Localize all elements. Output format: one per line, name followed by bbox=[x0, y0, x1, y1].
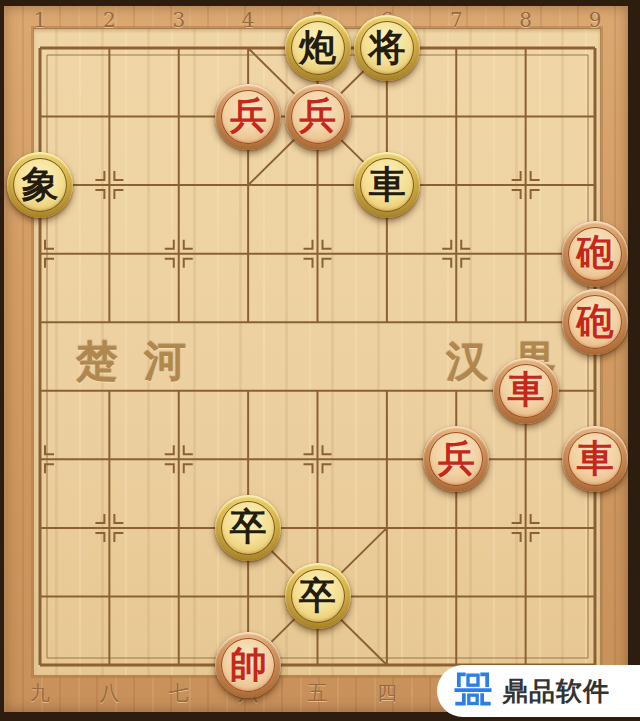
piece-glyph: 砲 bbox=[577, 234, 614, 271]
file-label-top-3: 3 bbox=[161, 8, 197, 32]
piece-face: 将 bbox=[360, 21, 414, 75]
piece-face: 帥 bbox=[221, 638, 275, 692]
piece-black-elephant-f1r3[interactable]: 象 bbox=[7, 152, 73, 218]
piece-red-cannon-f9r5[interactable]: 砲 bbox=[562, 289, 628, 355]
file-label-bottom-2: 八 bbox=[91, 680, 127, 707]
piece-glyph: 帥 bbox=[230, 646, 267, 683]
piece-face: 車 bbox=[360, 158, 414, 212]
piece-red-soldier-f5r2[interactable]: 兵 bbox=[285, 84, 351, 150]
piece-glyph: 兵 bbox=[230, 97, 267, 134]
piece-glyph: 炮 bbox=[299, 29, 336, 66]
piece-red-soldier-f4r2[interactable]: 兵 bbox=[215, 84, 281, 150]
piece-glyph: 象 bbox=[22, 166, 59, 203]
piece-face: 兵 bbox=[429, 432, 483, 486]
piece-face: 砲 bbox=[568, 295, 622, 349]
piece-black-soldier-f4r8[interactable]: 卒 bbox=[215, 495, 281, 561]
file-label-top-1: 1 bbox=[22, 8, 58, 32]
piece-face: 兵 bbox=[291, 90, 345, 144]
piece-glyph: 車 bbox=[368, 166, 405, 203]
file-label-top-7: 7 bbox=[438, 8, 474, 32]
file-label-bottom-1: 九 bbox=[22, 680, 58, 707]
piece-black-cannon-f5r1[interactable]: 炮 bbox=[285, 15, 351, 81]
piece-face: 兵 bbox=[221, 90, 275, 144]
watermark: 鼎品软件 bbox=[437, 665, 640, 717]
piece-glyph: 卒 bbox=[230, 508, 267, 545]
piece-black-general-f6r1[interactable]: 将 bbox=[354, 15, 420, 81]
piece-glyph: 卒 bbox=[299, 577, 336, 614]
file-label-top-9: 9 bbox=[577, 8, 613, 32]
piece-glyph: 兵 bbox=[299, 97, 336, 134]
dingpin-logo bbox=[453, 671, 493, 711]
piece-face: 卒 bbox=[221, 501, 275, 555]
watermark-text: 鼎品软件 bbox=[502, 674, 610, 709]
piece-face: 車 bbox=[499, 364, 553, 418]
river-text-left: 楚河 bbox=[76, 334, 212, 390]
file-label-bottom-6: 四 bbox=[369, 680, 405, 707]
piece-glyph: 将 bbox=[368, 29, 405, 66]
piece-face: 砲 bbox=[568, 227, 622, 281]
piece-red-general-f4r10[interactable]: 帥 bbox=[215, 632, 281, 698]
file-label-top-8: 8 bbox=[508, 8, 544, 32]
piece-black-chariot-f6r3[interactable]: 車 bbox=[354, 152, 420, 218]
piece-face: 象 bbox=[13, 158, 67, 212]
file-label-top-4: 4 bbox=[230, 8, 266, 32]
file-label-bottom-5: 五 bbox=[300, 680, 336, 707]
piece-glyph: 砲 bbox=[577, 303, 614, 340]
file-label-top-2: 2 bbox=[91, 8, 127, 32]
piece-black-soldier-f5r9[interactable]: 卒 bbox=[285, 563, 351, 629]
piece-glyph: 兵 bbox=[438, 440, 475, 477]
piece-glyph: 車 bbox=[507, 371, 544, 408]
piece-face: 炮 bbox=[291, 21, 345, 75]
file-label-bottom-3: 七 bbox=[161, 680, 197, 707]
piece-red-cannon-f9r4[interactable]: 砲 bbox=[562, 221, 628, 287]
piece-red-chariot-f9r7[interactable]: 車 bbox=[562, 426, 628, 492]
xiangqi-app: 123456789 九八七六五四三二一 楚河 汉界 炮将兵兵象車砲砲車兵車卒卒帥… bbox=[0, 0, 640, 721]
piece-face: 卒 bbox=[291, 569, 345, 623]
piece-glyph: 車 bbox=[577, 440, 614, 477]
piece-face: 車 bbox=[568, 432, 622, 486]
piece-red-chariot-f8r6[interactable]: 車 bbox=[493, 358, 559, 424]
